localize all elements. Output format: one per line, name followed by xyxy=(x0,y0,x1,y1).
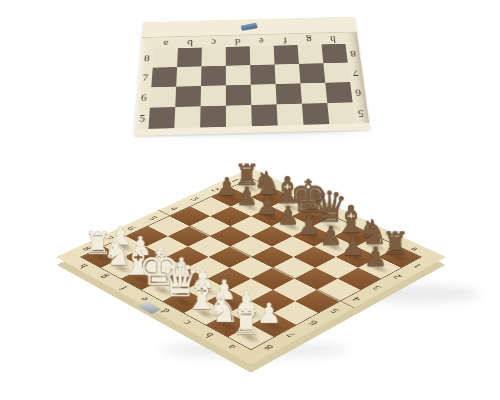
box-square xyxy=(299,63,325,83)
board-rank-number: 5 xyxy=(328,306,343,314)
box-square xyxy=(250,46,275,65)
box-square xyxy=(153,48,178,67)
box-square xyxy=(274,45,299,64)
box-rank-number: 5 xyxy=(357,106,364,118)
box-file-letter: g xyxy=(306,34,312,45)
box-square xyxy=(251,84,277,105)
board-rank-number: 8 xyxy=(261,343,277,352)
box-square xyxy=(201,47,225,66)
box-square xyxy=(201,66,226,86)
box-file-label: g xyxy=(297,33,322,45)
box-file-label: b xyxy=(178,36,202,48)
board-rank-number: 7 xyxy=(284,330,300,339)
box-rank-number: 6 xyxy=(354,86,361,98)
box-square xyxy=(298,44,324,63)
box-square xyxy=(300,83,327,104)
box-corner xyxy=(344,32,358,44)
box-square xyxy=(323,63,350,83)
box-rank-number: 8 xyxy=(350,47,357,58)
closed-chess-box: abcdefgh88776655 xyxy=(128,0,372,135)
box-file-label: f xyxy=(273,34,297,46)
board-rank-number: 6 xyxy=(306,318,322,326)
box-square xyxy=(150,87,176,108)
box-square xyxy=(177,48,202,67)
box-square xyxy=(321,44,347,63)
box-square xyxy=(201,85,226,106)
closed-box-perspective: abcdefgh88776655 xyxy=(128,0,372,135)
board-rank-number: 2 xyxy=(391,273,406,281)
box-rank-label: 6 xyxy=(350,82,366,103)
box-file-label: c xyxy=(202,36,226,48)
closed-box-checker-pattern: abcdefgh88776655 xyxy=(134,32,369,129)
box-file-letter: h xyxy=(330,33,337,44)
box-file-letter: d xyxy=(235,36,241,47)
box-square xyxy=(226,46,250,65)
board-file-letter: d xyxy=(158,306,174,314)
blue-clasp-icon xyxy=(240,23,257,31)
box-rank-label: 8 xyxy=(345,43,360,62)
box-file-letter: f xyxy=(283,34,287,45)
box-square xyxy=(226,85,251,106)
piece-light-rook: ♜ xyxy=(230,306,262,339)
board-file-letter: f xyxy=(117,284,131,291)
chess-board: hgfedcba1122334455667788hgfedcba♜♞♝♚♛♝♞♜… xyxy=(56,168,446,365)
box-square xyxy=(226,65,251,85)
box-file-letter: b xyxy=(187,37,193,48)
box-file-letter: c xyxy=(211,36,216,47)
box-square xyxy=(275,64,301,84)
box-file-label: h xyxy=(320,33,345,45)
box-square xyxy=(325,82,352,103)
box-square xyxy=(250,64,275,84)
board-file-letter: h xyxy=(76,262,91,270)
board-file-letter: c xyxy=(180,318,195,326)
box-file-label: a xyxy=(154,37,178,49)
closed-box-face: abcdefgh88776655 xyxy=(134,17,370,135)
board-file-letter: b xyxy=(202,330,218,339)
box-file-letter: e xyxy=(259,35,264,46)
box-square xyxy=(175,86,201,107)
box-file-label: d xyxy=(226,35,250,47)
board-file-letter: g xyxy=(96,273,112,281)
box-rank-label: 7 xyxy=(348,62,364,82)
box-square xyxy=(276,83,302,104)
box-square xyxy=(176,66,201,86)
product-photo: abcdefgh88776655 hgfedcba112233445566778… xyxy=(0,0,500,400)
open-board-scene: hgfedcba1122334455667788hgfedcba♜♞♝♚♛♝♞♜… xyxy=(113,119,389,395)
board-file-letter: a xyxy=(225,343,241,351)
box-rank-number: 7 xyxy=(352,66,359,77)
board-rank-number: 4 xyxy=(349,295,364,303)
box-corner xyxy=(141,38,155,50)
board-rank-number: 1 xyxy=(411,262,425,270)
box-file-letter: a xyxy=(164,38,169,49)
piece-dark-pawn: ♟ xyxy=(360,244,390,270)
box-square xyxy=(151,67,177,87)
box-file-label: e xyxy=(249,34,273,46)
board-rank-number: 3 xyxy=(370,284,385,292)
